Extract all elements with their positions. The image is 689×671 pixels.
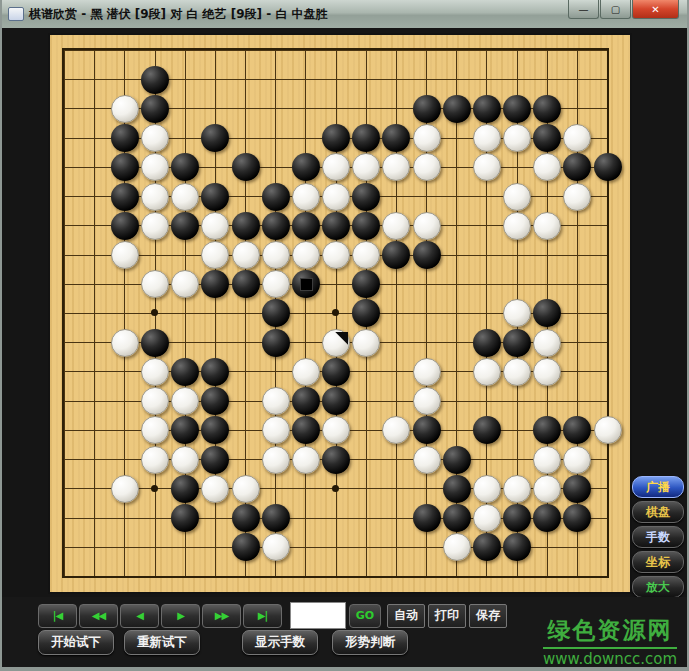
stone-black bbox=[201, 387, 229, 415]
stone-white bbox=[262, 241, 290, 269]
go-button[interactable]: GO bbox=[349, 604, 381, 628]
nav-button-1[interactable]: ◀◀ bbox=[79, 604, 118, 628]
stone-white bbox=[322, 153, 350, 181]
star-point bbox=[332, 485, 339, 492]
side-button-棋盘[interactable]: 棋盘 bbox=[632, 501, 684, 523]
stone-white bbox=[563, 183, 591, 211]
stone-black bbox=[443, 504, 471, 532]
nav-button-0[interactable]: |◀ bbox=[38, 604, 77, 628]
stone-white bbox=[322, 241, 350, 269]
trial-button-开始试下[interactable]: 开始试下 bbox=[38, 630, 114, 655]
stone-black bbox=[352, 270, 380, 298]
stone-black bbox=[201, 358, 229, 386]
app-icon bbox=[8, 7, 24, 21]
stone-white bbox=[232, 475, 260, 503]
stone-black bbox=[473, 416, 501, 444]
stone-black bbox=[232, 504, 260, 532]
last-move-marker-square bbox=[300, 278, 313, 291]
stone-white bbox=[413, 153, 441, 181]
action-button-打印[interactable]: 打印 bbox=[428, 604, 466, 628]
stone-white bbox=[503, 124, 531, 152]
stone-white bbox=[262, 387, 290, 415]
stone-black bbox=[413, 241, 441, 269]
stone-white bbox=[111, 241, 139, 269]
side-button-手数[interactable]: 手数 bbox=[632, 526, 684, 548]
stone-white bbox=[533, 475, 561, 503]
stone-white bbox=[533, 446, 561, 474]
stone-white bbox=[533, 329, 561, 357]
trial-button-显示手数[interactable]: 显示手数 bbox=[242, 630, 318, 655]
stone-white bbox=[201, 475, 229, 503]
stone-black bbox=[201, 183, 229, 211]
stone-black bbox=[262, 299, 290, 327]
stone-white bbox=[413, 446, 441, 474]
navigation-row: |◀◀◀◀▶▶▶▶|GO自动打印保存 bbox=[38, 602, 510, 629]
side-button-广播[interactable]: 广播 bbox=[632, 476, 684, 498]
stone-white bbox=[413, 387, 441, 415]
stone-white bbox=[141, 212, 169, 240]
stone-black bbox=[352, 299, 380, 327]
stone-black bbox=[563, 416, 591, 444]
stone-white bbox=[141, 153, 169, 181]
go-board-grid[interactable] bbox=[62, 48, 609, 578]
stone-black bbox=[232, 533, 260, 561]
stone-white bbox=[292, 241, 320, 269]
stone-black bbox=[292, 270, 320, 298]
stone-black bbox=[594, 153, 622, 181]
stone-black bbox=[563, 153, 591, 181]
watermark-url: www.downcc.com bbox=[543, 650, 677, 668]
stone-black bbox=[171, 358, 199, 386]
stone-white bbox=[382, 416, 410, 444]
stone-black bbox=[171, 475, 199, 503]
stone-white bbox=[503, 358, 531, 386]
stone-black bbox=[413, 504, 441, 532]
stone-black bbox=[533, 95, 561, 123]
stone-black bbox=[141, 66, 169, 94]
stone-white bbox=[262, 270, 290, 298]
stone-white bbox=[111, 95, 139, 123]
stone-white bbox=[201, 212, 229, 240]
stone-black bbox=[443, 95, 471, 123]
side-button-column: 广播棋盘手数坐标放大 bbox=[632, 476, 684, 598]
stone-black bbox=[382, 241, 410, 269]
stone-black bbox=[443, 475, 471, 503]
stone-black bbox=[292, 153, 320, 181]
stone-black bbox=[563, 475, 591, 503]
stone-black bbox=[262, 504, 290, 532]
stone-black bbox=[322, 212, 350, 240]
stone-white bbox=[533, 153, 561, 181]
side-button-放大[interactable]: 放大 bbox=[632, 576, 684, 598]
nav-button-5[interactable]: ▶| bbox=[243, 604, 282, 628]
stone-black bbox=[533, 504, 561, 532]
nav-button-2[interactable]: ◀ bbox=[120, 604, 159, 628]
stone-black bbox=[201, 124, 229, 152]
stone-black bbox=[262, 183, 290, 211]
stone-black bbox=[201, 270, 229, 298]
stone-white bbox=[413, 124, 441, 152]
stone-white bbox=[503, 212, 531, 240]
stone-white bbox=[382, 153, 410, 181]
stone-white bbox=[473, 504, 501, 532]
stone-black bbox=[533, 416, 561, 444]
app-window: 棋谱欣赏 - 黑 潜伏 [9段] 对 白 绝艺 [9段] - 白 中盘胜 — ▢… bbox=[0, 0, 689, 671]
stone-black bbox=[201, 446, 229, 474]
stone-white bbox=[141, 124, 169, 152]
stone-black bbox=[503, 329, 531, 357]
side-button-坐标[interactable]: 坐标 bbox=[632, 551, 684, 573]
stone-black bbox=[111, 124, 139, 152]
stone-black bbox=[141, 95, 169, 123]
stone-black bbox=[503, 95, 531, 123]
stone-white bbox=[111, 329, 139, 357]
stone-white bbox=[413, 212, 441, 240]
trial-button-重新试下[interactable]: 重新试下 bbox=[124, 630, 200, 655]
stone-black bbox=[232, 212, 260, 240]
stone-black bbox=[111, 153, 139, 181]
action-button-保存[interactable]: 保存 bbox=[469, 604, 507, 628]
stone-black bbox=[413, 95, 441, 123]
stone-black bbox=[322, 124, 350, 152]
stone-white bbox=[443, 533, 471, 561]
stone-black bbox=[232, 153, 260, 181]
stone-white bbox=[201, 241, 229, 269]
star-point bbox=[151, 309, 158, 316]
stone-black bbox=[533, 124, 561, 152]
stone-white bbox=[232, 241, 260, 269]
stone-white bbox=[111, 475, 139, 503]
stone-black bbox=[171, 153, 199, 181]
stone-white bbox=[171, 270, 199, 298]
stone-black bbox=[111, 183, 139, 211]
watermark-title: 绿色资源网 bbox=[543, 615, 677, 649]
stone-black bbox=[292, 212, 320, 240]
minimize-button[interactable]: — bbox=[568, 0, 599, 19]
stone-white bbox=[533, 212, 561, 240]
stone-white bbox=[322, 329, 350, 357]
stone-black bbox=[503, 533, 531, 561]
stone-white bbox=[292, 183, 320, 211]
stone-black bbox=[503, 504, 531, 532]
action-button-自动[interactable]: 自动 bbox=[387, 604, 425, 628]
stone-black bbox=[413, 416, 441, 444]
stone-white bbox=[352, 329, 380, 357]
stone-white bbox=[262, 446, 290, 474]
stone-black bbox=[473, 95, 501, 123]
stone-black bbox=[171, 212, 199, 240]
stone-white bbox=[322, 183, 350, 211]
stone-black bbox=[322, 387, 350, 415]
stone-white bbox=[141, 358, 169, 386]
stone-black bbox=[111, 212, 139, 240]
stone-white bbox=[141, 446, 169, 474]
stone-black bbox=[232, 270, 260, 298]
stone-black bbox=[171, 504, 199, 532]
window-title: 棋谱欣赏 - 黑 潜伏 [9段] 对 白 绝艺 [9段] - 白 中盘胜 bbox=[29, 6, 328, 23]
nav-button-3[interactable]: ▶ bbox=[161, 604, 200, 628]
stone-white bbox=[292, 358, 320, 386]
stone-white bbox=[473, 475, 501, 503]
go-board bbox=[48, 33, 632, 594]
stone-white bbox=[141, 183, 169, 211]
stone-black bbox=[292, 416, 320, 444]
stone-white bbox=[503, 183, 531, 211]
stone-white bbox=[594, 416, 622, 444]
stone-black bbox=[322, 446, 350, 474]
stone-white bbox=[473, 153, 501, 181]
stone-black bbox=[352, 212, 380, 240]
stone-black bbox=[201, 416, 229, 444]
stone-white bbox=[141, 416, 169, 444]
last-move-marker-triangle bbox=[335, 332, 348, 345]
trial-row: 开始试下重新试下显示手数形势判断 bbox=[38, 630, 408, 655]
stone-white bbox=[141, 270, 169, 298]
nav-button-4[interactable]: ▶▶ bbox=[202, 604, 241, 628]
stone-black bbox=[141, 329, 169, 357]
stone-black bbox=[352, 183, 380, 211]
trial-button-形势判断[interactable]: 形势判断 bbox=[332, 630, 408, 655]
close-button[interactable]: ✕ bbox=[632, 0, 679, 19]
title-bar: 棋谱欣赏 - 黑 潜伏 [9段] 对 白 绝艺 [9段] - 白 中盘胜 — ▢… bbox=[2, 0, 687, 28]
stone-black bbox=[563, 504, 591, 532]
stone-black bbox=[262, 329, 290, 357]
stone-white bbox=[563, 124, 591, 152]
stone-white bbox=[171, 446, 199, 474]
stone-white bbox=[503, 475, 531, 503]
stone-white bbox=[262, 533, 290, 561]
stone-white bbox=[413, 358, 441, 386]
star-point bbox=[332, 309, 339, 316]
stone-white bbox=[171, 387, 199, 415]
stone-white bbox=[141, 387, 169, 415]
stone-black bbox=[382, 124, 410, 152]
stone-white bbox=[473, 124, 501, 152]
stone-black bbox=[322, 358, 350, 386]
stone-white bbox=[262, 416, 290, 444]
stone-white bbox=[382, 212, 410, 240]
stone-black bbox=[352, 124, 380, 152]
stone-black bbox=[473, 329, 501, 357]
stone-white bbox=[503, 299, 531, 327]
stone-white bbox=[352, 153, 380, 181]
stone-white bbox=[352, 241, 380, 269]
maximize-button[interactable]: ▢ bbox=[600, 0, 631, 19]
stone-white bbox=[292, 446, 320, 474]
stone-black bbox=[262, 212, 290, 240]
move-number-input[interactable] bbox=[290, 602, 346, 629]
stone-white bbox=[171, 183, 199, 211]
stone-white bbox=[563, 446, 591, 474]
stone-white bbox=[322, 416, 350, 444]
stone-black bbox=[171, 416, 199, 444]
star-point bbox=[151, 485, 158, 492]
stone-black bbox=[533, 299, 561, 327]
watermark: 绿色资源网 www.downcc.com bbox=[543, 615, 677, 668]
stone-black bbox=[473, 533, 501, 561]
stone-black bbox=[292, 387, 320, 415]
stone-white bbox=[533, 358, 561, 386]
stone-black bbox=[443, 446, 471, 474]
stone-white bbox=[473, 358, 501, 386]
